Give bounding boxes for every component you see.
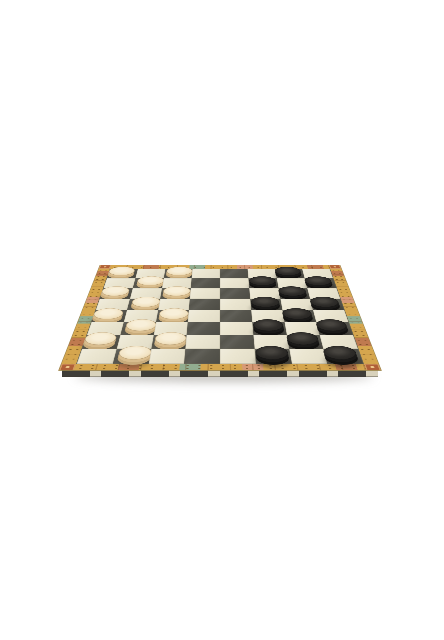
square-light	[188, 310, 220, 322]
square-light	[186, 335, 220, 349]
checker-black	[274, 267, 301, 276]
square-dark	[184, 349, 220, 364]
square-light	[220, 322, 253, 335]
square-dark	[220, 269, 248, 278]
product-photo: Angled product photo of a fold-out paper…	[0, 0, 444, 640]
square-light	[289, 349, 327, 364]
checker-white	[124, 319, 157, 331]
square-dark	[92, 310, 127, 322]
square-dark	[107, 269, 138, 278]
square-dark	[120, 322, 156, 335]
square-dark	[254, 349, 291, 364]
square-light	[190, 288, 220, 299]
border-corner-top-right	[329, 265, 341, 269]
square-dark	[187, 322, 220, 335]
checker-black	[286, 332, 320, 345]
square-dark	[250, 299, 282, 310]
square-dark	[323, 349, 363, 364]
square-dark	[82, 335, 120, 349]
square-dark	[282, 310, 316, 322]
square-dark	[191, 278, 220, 288]
play-area	[76, 269, 364, 364]
square-dark	[164, 269, 193, 278]
square-dark	[151, 335, 187, 349]
square-light	[192, 269, 220, 278]
checker-black	[255, 346, 289, 360]
checkers-board	[58, 265, 382, 371]
checker-black	[309, 297, 340, 307]
checker-white	[163, 286, 191, 296]
checker-black	[278, 286, 307, 296]
border-corner-bottom-right	[364, 364, 381, 370]
square-dark	[133, 278, 164, 288]
square-light	[220, 278, 249, 288]
board-border-bottom	[74, 364, 366, 370]
square-dark	[275, 269, 305, 278]
square-dark	[278, 288, 310, 299]
checker-white	[117, 346, 152, 360]
checker-white	[131, 297, 161, 307]
square-dark	[189, 299, 220, 310]
square-dark	[310, 299, 344, 310]
checker-white	[100, 286, 130, 296]
checker-black	[304, 276, 333, 285]
checker-black	[249, 276, 277, 285]
square-dark	[305, 278, 337, 288]
board-front-edge	[62, 370, 378, 377]
square-dark	[160, 288, 191, 299]
checker-white	[154, 332, 187, 345]
border-corner-bottom-left	[59, 364, 76, 370]
square-light	[77, 349, 117, 364]
checker-white	[159, 308, 190, 319]
square-dark	[220, 288, 250, 299]
square-dark	[252, 322, 286, 335]
checker-black	[322, 346, 358, 360]
checker-white	[136, 276, 164, 285]
square-dark	[248, 278, 278, 288]
square-dark	[113, 349, 151, 364]
checker-white	[92, 308, 125, 319]
checker-white	[166, 267, 193, 276]
square-dark	[316, 322, 353, 335]
square-dark	[127, 299, 160, 310]
square-light	[148, 349, 185, 364]
checker-black	[252, 319, 284, 331]
square-dark	[100, 288, 133, 299]
checker-black	[250, 297, 279, 307]
square-light	[220, 349, 256, 364]
square-dark	[287, 335, 324, 349]
square-dark	[156, 310, 189, 322]
checker-black	[282, 308, 313, 319]
square-dark	[220, 335, 254, 349]
square-dark	[220, 310, 252, 322]
checker-white	[83, 332, 118, 345]
checker-white	[107, 267, 135, 276]
square-light	[220, 299, 251, 310]
